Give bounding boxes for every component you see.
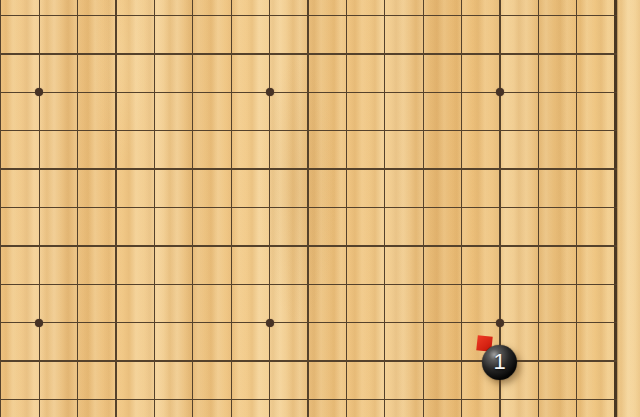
move-number-label: 1 xyxy=(493,351,505,373)
stone-black-move-1: 1 xyxy=(482,345,517,380)
grid-line-vertical xyxy=(77,0,78,417)
grid-line-horizontal xyxy=(0,53,617,54)
grid-line-vertical xyxy=(461,0,462,417)
grid-line-vertical xyxy=(231,0,232,417)
grid-line-horizontal xyxy=(0,207,617,208)
grid-line-vertical xyxy=(346,0,347,417)
grid-line-vertical xyxy=(307,0,308,417)
grid-line-vertical xyxy=(423,0,424,417)
grid-line-horizontal xyxy=(0,399,617,400)
board-wood xyxy=(0,0,640,417)
grid-line-horizontal xyxy=(0,245,617,246)
star-point xyxy=(35,319,43,327)
grid-line-vertical xyxy=(115,0,116,417)
star-point xyxy=(266,88,274,96)
grid-line-vertical xyxy=(269,0,270,417)
grid-line-horizontal xyxy=(0,130,617,131)
grid-line-horizontal xyxy=(0,15,617,16)
grid-line-horizontal xyxy=(0,168,617,169)
grid-line-vertical xyxy=(154,0,155,417)
grid-line-vertical xyxy=(39,0,40,417)
grid-line-vertical xyxy=(384,0,385,417)
grid-line-horizontal xyxy=(0,360,617,361)
board-edge-line xyxy=(614,0,617,417)
grid-line-horizontal xyxy=(0,284,617,285)
grid-line-horizontal xyxy=(0,322,617,323)
go-board[interactable]: 1 xyxy=(0,0,640,417)
star-point xyxy=(496,319,504,327)
grid-line-vertical xyxy=(192,0,193,417)
grid-line-vertical xyxy=(576,0,577,417)
grid-line-vertical xyxy=(0,0,1,417)
grid-line-horizontal xyxy=(0,92,617,93)
star-point xyxy=(266,319,274,327)
grid-line-vertical xyxy=(538,0,539,417)
